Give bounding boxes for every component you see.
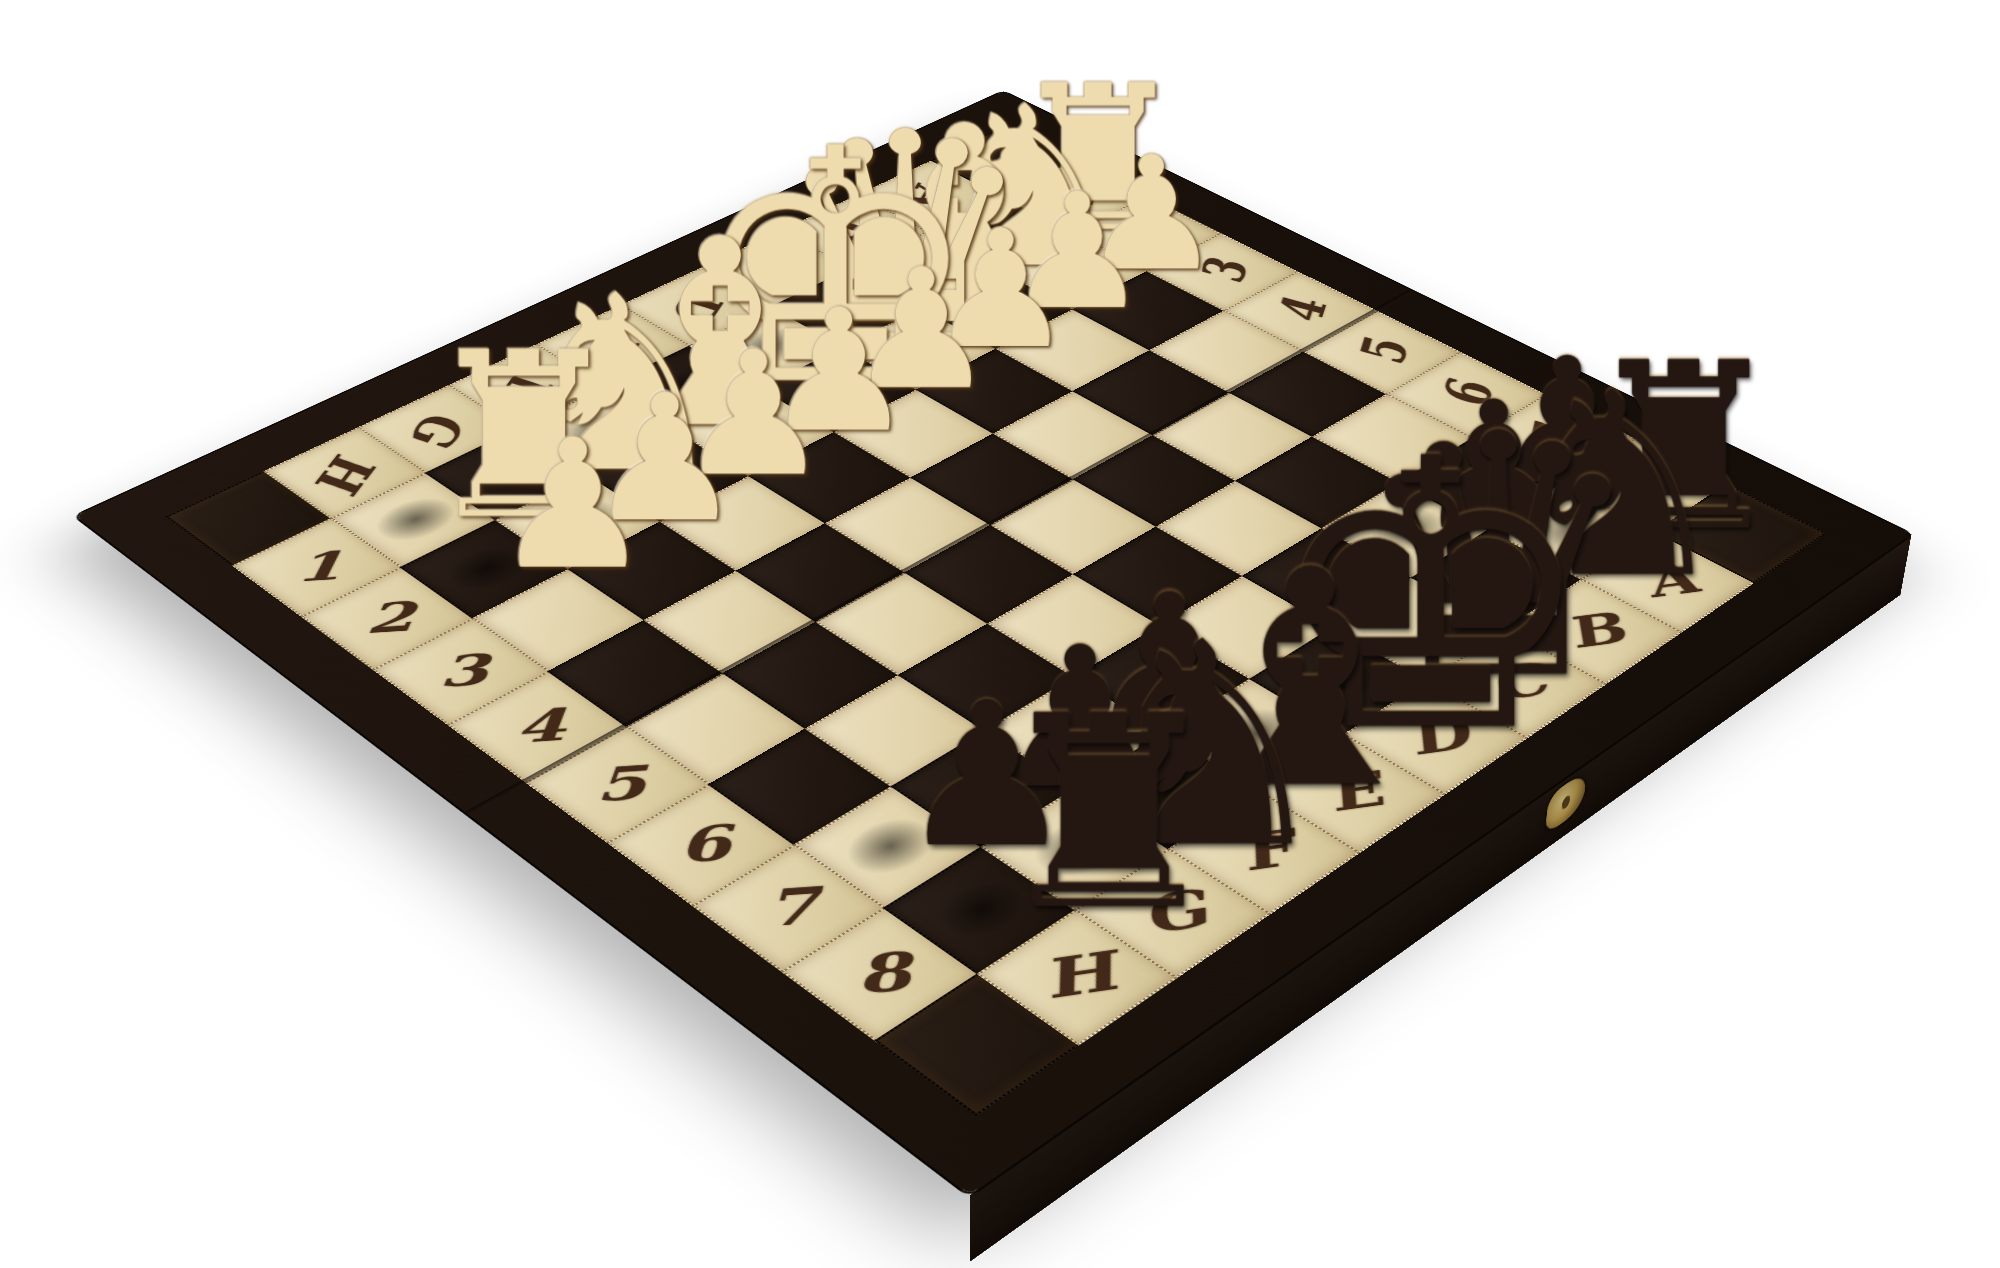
board-grid: HGFEDCBA1♜♞♝♚♛♝♞♜12♟♟♟♟♟♟♟♟2334455667♟♟♟… [166,127,1820,1113]
rank-label-left-2: 2 [364,593,415,643]
clasp-icon [1544,769,1587,836]
rank-label-right-4: 4 [1263,296,1340,326]
rank-label-left-5: 5 [594,755,646,812]
rank-label-left-4: 4 [515,699,565,754]
file-label-top-H: H [299,450,394,494]
rank-label-left-3: 3 [438,645,488,697]
rank-label-left-1: 1 [293,543,344,591]
rank-label-left-8: 8 [852,940,913,1005]
file-label-bottom-H: H [1032,940,1124,1011]
rank-label-left-6: 6 [676,814,731,874]
photo-stage: HGFEDCBA1♜♞♝♚♛♝♞♜12♟♟♟♟♟♟♟♟2334455667♟♟♟… [0,0,2000,1268]
rank-label-left-7: 7 [762,876,820,938]
chess-board: HGFEDCBA1♜♞♝♚♛♝♞♜12♟♟♟♟♟♟♟♟2334455667♟♟♟… [75,91,1911,1195]
